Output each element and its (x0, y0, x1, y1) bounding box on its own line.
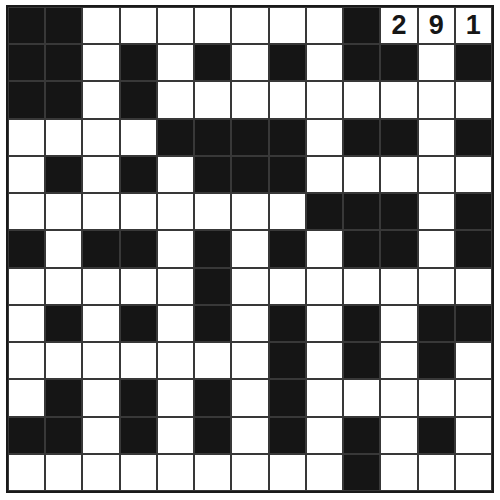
cell-r7c9[interactable] (307, 231, 342, 266)
block-cell-r7c3 (83, 231, 118, 266)
block-cell-r9c4 (121, 306, 156, 341)
block-cell-r9c6 (195, 306, 230, 341)
cell-r8c3[interactable] (83, 269, 118, 304)
cell-r5c13[interactable] (456, 157, 491, 192)
block-cell-r12c8 (270, 418, 305, 453)
cell-r2c9[interactable] (307, 45, 342, 80)
block-cell-r7c11 (381, 231, 416, 266)
cell-r3c6[interactable] (195, 82, 230, 117)
cell-r6c1[interactable] (9, 194, 44, 229)
block-cell-r2c6 (195, 45, 230, 80)
cell-r2c3[interactable] (83, 45, 118, 80)
cell-r1c3[interactable] (83, 8, 118, 43)
cell-r9c3[interactable] (83, 306, 118, 341)
cell-r8c13[interactable] (456, 269, 491, 304)
block-cell-r3c2 (46, 82, 81, 117)
cell-r6c12[interactable] (419, 194, 454, 229)
block-cell-r11c2 (46, 380, 81, 415)
cell-r12c9[interactable] (307, 418, 342, 453)
cell-r3c12[interactable] (419, 82, 454, 117)
cell-r8c8[interactable] (270, 269, 305, 304)
cell-r12c13[interactable] (456, 418, 491, 453)
cell-r6c6[interactable] (195, 194, 230, 229)
cell-r5c12[interactable] (419, 157, 454, 192)
cell-r1c6[interactable] (195, 8, 230, 43)
cell-r13c3[interactable] (83, 455, 118, 490)
block-cell-r12c4 (121, 418, 156, 453)
block-cell-r11c8 (270, 380, 305, 415)
cell-r6c7[interactable] (232, 194, 267, 229)
cell-r7c2[interactable] (46, 231, 81, 266)
block-cell-r5c7 (232, 157, 267, 192)
block-cell-r7c1 (9, 231, 44, 266)
block-cell-r5c8 (270, 157, 305, 192)
block-cell-r6c9 (307, 194, 342, 229)
cell-r11c1[interactable] (9, 380, 44, 415)
cell-r1c4[interactable] (121, 8, 156, 43)
cell-r13c12[interactable] (419, 455, 454, 490)
block-cell-r3c1 (9, 82, 44, 117)
cell-r1c12[interactable]: 9 (419, 8, 454, 43)
block-cell-r2c1 (9, 45, 44, 80)
cell-r2c5[interactable] (158, 45, 193, 80)
cell-r10c1[interactable] (9, 343, 44, 378)
block-cell-r9c12 (419, 306, 454, 341)
cell-r4c1[interactable] (9, 120, 44, 155)
block-cell-r4c7 (232, 120, 267, 155)
cell-r8c1[interactable] (9, 269, 44, 304)
cell-r10c5[interactable] (158, 343, 193, 378)
cell-r9c5[interactable] (158, 306, 193, 341)
cell-r1c8[interactable] (270, 8, 305, 43)
cell-r13c5[interactable] (158, 455, 193, 490)
cell-r5c10[interactable] (344, 157, 379, 192)
cell-r7c5[interactable] (158, 231, 193, 266)
block-cell-r7c4 (121, 231, 156, 266)
cell-r12c7[interactable] (232, 418, 267, 453)
cell-r13c1[interactable] (9, 455, 44, 490)
cell-r3c8[interactable] (270, 82, 305, 117)
cell-r6c8[interactable] (270, 194, 305, 229)
cell-r11c7[interactable] (232, 380, 267, 415)
puzzle-board: 291 (6, 5, 494, 493)
cell-r8c7[interactable] (232, 269, 267, 304)
cell-r13c9[interactable] (307, 455, 342, 490)
cell-r5c5[interactable] (158, 157, 193, 192)
cell-r9c7[interactable] (232, 306, 267, 341)
cell-r1c7[interactable] (232, 8, 267, 43)
cell-r3c7[interactable] (232, 82, 267, 117)
block-cell-r11c6 (195, 380, 230, 415)
block-cell-r4c8 (270, 120, 305, 155)
cell-r8c11[interactable] (381, 269, 416, 304)
cell-r10c6[interactable] (195, 343, 230, 378)
cell-r9c11[interactable] (381, 306, 416, 341)
cell-r13c8[interactable] (270, 455, 305, 490)
cell-r1c5[interactable] (158, 8, 193, 43)
cell-r8c10[interactable] (344, 269, 379, 304)
block-cell-r10c10 (344, 343, 379, 378)
cell-r6c2[interactable] (46, 194, 81, 229)
block-cell-r9c10 (344, 306, 379, 341)
cell-r13c6[interactable] (195, 455, 230, 490)
block-cell-r6c10 (344, 194, 379, 229)
cell-r4c3[interactable] (83, 120, 118, 155)
cell-r5c9[interactable] (307, 157, 342, 192)
cell-r3c3[interactable] (83, 82, 118, 117)
cell-r8c5[interactable] (158, 269, 193, 304)
cell-r10c13[interactable] (456, 343, 491, 378)
cell-r12c11[interactable] (381, 418, 416, 453)
cell-r5c11[interactable] (381, 157, 416, 192)
cell-r6c3[interactable] (83, 194, 118, 229)
block-cell-r9c8 (270, 306, 305, 341)
block-cell-r7c8 (270, 231, 305, 266)
block-cell-r4c5 (158, 120, 193, 155)
cell-r11c11[interactable] (381, 380, 416, 415)
cell-r7c7[interactable] (232, 231, 267, 266)
cell-r1c11[interactable]: 2 (381, 8, 416, 43)
cell-r10c9[interactable] (307, 343, 342, 378)
block-cell-r7c6 (195, 231, 230, 266)
cell-r11c5[interactable] (158, 380, 193, 415)
block-cell-r7c10 (344, 231, 379, 266)
cell-r13c4[interactable] (121, 455, 156, 490)
cell-r8c9[interactable] (307, 269, 342, 304)
cell-r3c5[interactable] (158, 82, 193, 117)
block-cell-r12c6 (195, 418, 230, 453)
block-cell-r5c2 (46, 157, 81, 192)
cell-r12c5[interactable] (158, 418, 193, 453)
cell-r11c13[interactable] (456, 380, 491, 415)
block-cell-r3c4 (121, 82, 156, 117)
block-cell-r10c8 (270, 343, 305, 378)
cell-r10c2[interactable] (46, 343, 81, 378)
cell-r13c2[interactable] (46, 455, 81, 490)
cell-r8c2[interactable] (46, 269, 81, 304)
block-cell-r9c13 (456, 306, 491, 341)
cell-r3c13[interactable] (456, 82, 491, 117)
cell-r4c9[interactable] (307, 120, 342, 155)
block-cell-r2c8 (270, 45, 305, 80)
cell-r10c3[interactable] (83, 343, 118, 378)
cell-r11c12[interactable] (419, 380, 454, 415)
cell-r6c4[interactable] (121, 194, 156, 229)
cell-r5c1[interactable] (9, 157, 44, 192)
block-cell-r1c1 (9, 8, 44, 43)
cell-r11c3[interactable] (83, 380, 118, 415)
block-cell-r9c2 (46, 306, 81, 341)
cell-r2c7[interactable] (232, 45, 267, 80)
cell-r6c5[interactable] (158, 194, 193, 229)
block-cell-r2c11 (381, 45, 416, 80)
block-cell-r10c12 (419, 343, 454, 378)
cell-r9c9[interactable] (307, 306, 342, 341)
cell-r2c12[interactable] (419, 45, 454, 80)
block-cell-r6c11 (381, 194, 416, 229)
block-cell-r5c6 (195, 157, 230, 192)
cell-r11c9[interactable] (307, 380, 342, 415)
cell-r4c12[interactable] (419, 120, 454, 155)
cell-r5c3[interactable] (83, 157, 118, 192)
cell-r7c12[interactable] (419, 231, 454, 266)
cell-r4c2[interactable] (46, 120, 81, 155)
block-cell-r12c2 (46, 418, 81, 453)
cell-r11c10[interactable] (344, 380, 379, 415)
block-cell-r4c11 (381, 120, 416, 155)
cell-r1c9[interactable] (307, 8, 342, 43)
cell-r13c11[interactable] (381, 455, 416, 490)
block-cell-r12c1 (9, 418, 44, 453)
block-cell-r7c13 (456, 231, 491, 266)
block-cell-r4c10 (344, 120, 379, 155)
cell-r12c3[interactable] (83, 418, 118, 453)
block-cell-r8c6 (195, 269, 230, 304)
block-cell-r1c10 (344, 8, 379, 43)
cell-r9c1[interactable] (9, 306, 44, 341)
cell-r1c13[interactable]: 1 (456, 8, 491, 43)
block-cell-r2c10 (344, 45, 379, 80)
block-cell-r13c10 (344, 455, 379, 490)
cell-r3c9[interactable] (307, 82, 342, 117)
block-cell-r11c4 (121, 380, 156, 415)
cell-r8c12[interactable] (419, 269, 454, 304)
block-cell-r4c13 (456, 120, 491, 155)
cell-r10c4[interactable] (121, 343, 156, 378)
block-cell-r1c2 (46, 8, 81, 43)
cell-r13c7[interactable] (232, 455, 267, 490)
block-cell-r5c4 (121, 157, 156, 192)
block-cell-r2c4 (121, 45, 156, 80)
cell-r8c4[interactable] (121, 269, 156, 304)
block-cell-r6c13 (456, 194, 491, 229)
cell-r3c10[interactable] (344, 82, 379, 117)
cell-r3c11[interactable] (381, 82, 416, 117)
block-cell-r4c6 (195, 120, 230, 155)
cell-r4c4[interactable] (121, 120, 156, 155)
block-cell-r12c10 (344, 418, 379, 453)
block-cell-r2c13 (456, 45, 491, 80)
cell-r10c11[interactable] (381, 343, 416, 378)
cell-r10c7[interactable] (232, 343, 267, 378)
cell-r13c13[interactable] (456, 455, 491, 490)
block-cell-r12c12 (419, 418, 454, 453)
block-cell-r2c2 (46, 45, 81, 80)
